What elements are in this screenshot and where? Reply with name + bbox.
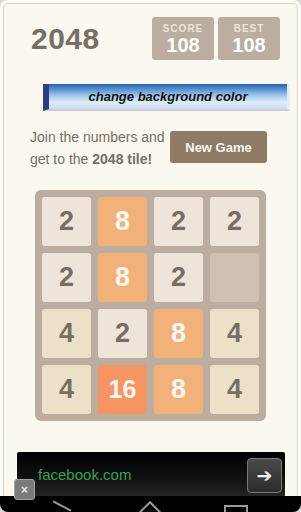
tile-2: 2 xyxy=(42,197,91,246)
ad-arrow-button[interactable]: ➔ xyxy=(247,458,282,493)
tile-8: 8 xyxy=(98,253,147,302)
app-screen: 2048 SCORE 108 BEST 108 change backgroun… xyxy=(0,0,301,512)
app-title: 2048 xyxy=(31,22,100,56)
tile-2: 2 xyxy=(210,197,259,246)
tile-2: 2 xyxy=(42,253,91,302)
tile-16: 16 xyxy=(98,365,147,414)
best-value: 108 xyxy=(218,34,280,56)
close-icon: × xyxy=(21,483,28,497)
tile-4: 4 xyxy=(210,309,259,358)
back-icon[interactable] xyxy=(53,501,72,512)
tile-2: 2 xyxy=(154,197,203,246)
score-box: SCORE 108 xyxy=(152,17,214,60)
best-box: BEST 108 xyxy=(218,17,280,60)
best-label: BEST xyxy=(218,23,280,34)
right-arrow-icon: ➔ xyxy=(257,465,273,486)
empty-cell xyxy=(210,253,259,302)
intro-line2: get to the xyxy=(30,151,92,167)
score-value: 108 xyxy=(152,34,214,56)
ad-close-button[interactable]: × xyxy=(14,479,35,500)
tile-8: 8 xyxy=(154,309,203,358)
change-background-button[interactable]: change background color xyxy=(43,84,290,111)
intro-goal: 2048 tile! xyxy=(92,151,152,167)
android-navbar xyxy=(0,496,301,512)
ad-banner[interactable]: facebook.com ➔ xyxy=(17,452,285,497)
tile-4: 4 xyxy=(42,365,91,414)
tile-4: 4 xyxy=(210,365,259,414)
intro-text: Join the numbers and get to the 2048 til… xyxy=(30,126,165,170)
intro-line1: Join the numbers and xyxy=(30,129,165,145)
new-game-button[interactable]: New Game xyxy=(170,131,267,163)
tile-4: 4 xyxy=(42,309,91,358)
recents-icon[interactable] xyxy=(224,505,248,512)
tile-2: 2 xyxy=(98,309,147,358)
ad-link[interactable]: facebook.com xyxy=(38,466,131,483)
tile-8: 8 xyxy=(98,197,147,246)
home-icon[interactable] xyxy=(136,501,164,512)
tile-8: 8 xyxy=(154,365,203,414)
game-board[interactable]: 2822282428441684 xyxy=(35,190,266,421)
tile-2: 2 xyxy=(154,253,203,302)
score-label: SCORE xyxy=(152,23,214,34)
